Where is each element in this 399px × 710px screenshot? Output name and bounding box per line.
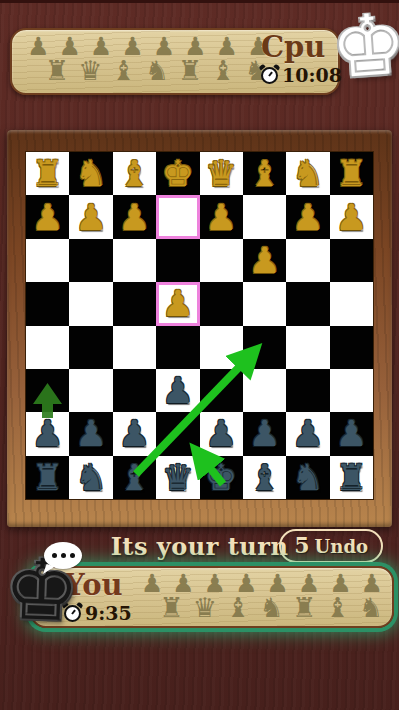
square[interactable]: ♞ (69, 152, 112, 195)
cpu-player-panel: ♟♟♟♟♟♟♟♟ ♜♛♝♞♜♝♞ Cpu 10:08 (10, 28, 340, 95)
square[interactable]: ♛ (156, 456, 199, 499)
square[interactable]: ♟ (113, 195, 156, 238)
ghost-piece: ♛ (78, 57, 102, 84)
square[interactable]: ♝ (113, 456, 156, 499)
chess-piece: ♟ (118, 412, 150, 455)
square[interactable] (26, 282, 69, 325)
ghost-piece: ♞ (145, 57, 169, 84)
square[interactable] (243, 282, 286, 325)
chess-piece: ♟ (32, 196, 64, 239)
speech-dot (61, 553, 66, 558)
square[interactable] (200, 239, 243, 282)
chess-piece: ♞ (75, 456, 107, 499)
square[interactable] (113, 369, 156, 412)
square[interactable] (286, 369, 329, 412)
board: ♜♞♝♚♛♝♞♜♟♟♟♟♟♟♟♟♟♟♟♟♟♟♟♟♜♞♝♛♚♝♞♜ (26, 152, 373, 499)
tray-piece-row: ♜♛♝♞♜♝♞ (159, 594, 383, 621)
turn-status-message: Its your turn (111, 532, 289, 561)
square[interactable] (69, 282, 112, 325)
chess-piece: ♟ (292, 196, 324, 239)
speech-bubble (44, 542, 82, 569)
chess-piece: ♟ (335, 412, 367, 455)
chess-piece: ♞ (75, 152, 107, 195)
chess-piece: ♟ (75, 196, 107, 239)
chess-piece: ♜ (32, 456, 64, 499)
square[interactable]: ♟ (330, 412, 373, 455)
ghost-piece: ♞ (259, 594, 283, 621)
square[interactable] (113, 282, 156, 325)
chess-piece: ♛ (162, 456, 194, 499)
square[interactable]: ♟ (243, 239, 286, 282)
chess-piece: ♟ (75, 412, 107, 455)
chess-app-screen: ♟♟♟♟♟♟♟♟ ♜♛♝♞♜♝♞ Cpu 10:08 ♚ ♜♞♝♚♛♝♞♜♟♟♟… (0, 0, 399, 710)
square[interactable] (156, 412, 199, 455)
square[interactable]: ♝ (113, 152, 156, 195)
ghost-piece: ♛ (193, 594, 217, 621)
square[interactable]: ♟ (26, 195, 69, 238)
ghost-piece: ♜ (292, 594, 316, 621)
ghost-piece: ♜ (159, 594, 183, 621)
square[interactable] (286, 239, 329, 282)
cpu-captured-tray: ♟♟♟♟♟♟♟♟ ♜♛♝♞♜♝♞ (27, 33, 269, 84)
square[interactable]: ♟ (243, 412, 286, 455)
square[interactable]: ♟ (286, 195, 329, 238)
chess-piece: ♟ (335, 196, 367, 239)
chess-piece: ♞ (292, 152, 324, 195)
chess-piece: ♟ (205, 412, 237, 455)
square[interactable] (113, 326, 156, 369)
square[interactable]: ♟ (113, 412, 156, 455)
square[interactable]: ♚ (156, 152, 199, 195)
square[interactable] (69, 239, 112, 282)
square[interactable]: ♞ (286, 152, 329, 195)
ghost-piece: ♝ (211, 57, 235, 84)
square[interactable] (26, 326, 69, 369)
you-player-panel: ♟♟♟♟♟♟♟♟ ♜♛♝♞♜♝♞ You 9:35 (30, 566, 394, 628)
square[interactable]: ♟ (69, 195, 112, 238)
square[interactable] (243, 326, 286, 369)
chess-piece: ♟ (32, 412, 64, 455)
tray-piece-row: ♜♛♝♞♜♝♞ (45, 57, 269, 84)
alarm-clock-icon (261, 67, 278, 84)
undo-count: 5 (294, 532, 309, 558)
chess-piece: ♜ (32, 152, 64, 195)
chess-piece: ♜ (335, 152, 367, 195)
chess-piece: ♞ (292, 456, 324, 499)
square[interactable]: ♟ (200, 195, 243, 238)
square[interactable]: ♜ (330, 456, 373, 499)
square[interactable] (26, 369, 69, 412)
square[interactable]: ♟ (26, 412, 69, 455)
chess-piece: ♟ (118, 196, 150, 239)
ghost-piece: ♝ (226, 594, 250, 621)
chess-piece: ♟ (205, 196, 237, 239)
square[interactable] (113, 239, 156, 282)
square[interactable] (286, 282, 329, 325)
square[interactable]: ♟ (156, 369, 199, 412)
undo-button[interactable]: 5 Undo (279, 529, 383, 563)
square[interactable] (69, 369, 112, 412)
chess-piece: ♟ (248, 412, 280, 455)
chess-piece: ♝ (248, 456, 280, 499)
square[interactable]: ♝ (243, 152, 286, 195)
square[interactable]: ♟ (156, 282, 199, 325)
square[interactable]: ♛ (200, 152, 243, 195)
chess-piece: ♝ (118, 456, 150, 499)
chess-piece: ♛ (205, 152, 237, 195)
square[interactable] (26, 239, 69, 282)
square[interactable] (156, 195, 199, 238)
square[interactable] (330, 282, 373, 325)
chess-piece: ♚ (162, 152, 194, 195)
white-king-icon: ♚ (328, 1, 399, 90)
square[interactable] (243, 369, 286, 412)
ghost-piece: ♝ (111, 57, 135, 84)
board-frame: ♜♞♝♚♛♝♞♜♟♟♟♟♟♟♟♟♟♟♟♟♟♟♟♟♜♞♝♛♚♝♞♜ (7, 130, 392, 527)
square[interactable] (286, 326, 329, 369)
square[interactable] (200, 369, 243, 412)
square[interactable] (330, 326, 373, 369)
square[interactable]: ♟ (69, 412, 112, 455)
chess-piece: ♟ (162, 369, 194, 412)
chess-piece: ♟ (248, 239, 280, 282)
square[interactable] (156, 326, 199, 369)
ghost-piece: ♜ (45, 57, 69, 84)
square[interactable] (243, 195, 286, 238)
undo-label: Undo (315, 536, 368, 557)
square[interactable]: ♜ (330, 152, 373, 195)
square[interactable]: ♜ (26, 152, 69, 195)
ghost-piece: ♞ (359, 594, 383, 621)
square[interactable] (200, 282, 243, 325)
speech-dot (52, 553, 57, 558)
square[interactable]: ♚ (200, 456, 243, 499)
square[interactable] (330, 239, 373, 282)
speech-dot (70, 553, 75, 558)
square[interactable]: ♞ (69, 456, 112, 499)
square[interactable] (156, 239, 199, 282)
chess-piece: ♜ (335, 456, 367, 499)
you-captured-tray: ♟♟♟♟♟♟♟♟ ♜♛♝♞♜♝♞ (141, 570, 383, 621)
chess-piece: ♟ (292, 412, 324, 455)
ghost-piece: ♝ (326, 594, 350, 621)
ghost-piece: ♜ (178, 57, 202, 84)
square[interactable]: ♜ (26, 456, 69, 499)
chess-piece: ♟ (162, 282, 194, 325)
square[interactable]: ♝ (243, 456, 286, 499)
you-time: 9:35 (85, 602, 132, 624)
square[interactable] (69, 326, 112, 369)
cpu-clock-row: 10:08 (261, 64, 342, 86)
square[interactable]: ♟ (200, 412, 243, 455)
square[interactable] (200, 326, 243, 369)
chess-piece: ♝ (118, 152, 150, 195)
square[interactable] (330, 369, 373, 412)
chess-piece: ♚ (205, 456, 237, 499)
chess-piece: ♝ (248, 152, 280, 195)
square[interactable]: ♟ (330, 195, 373, 238)
square[interactable]: ♟ (286, 412, 329, 455)
square[interactable]: ♞ (286, 456, 329, 499)
